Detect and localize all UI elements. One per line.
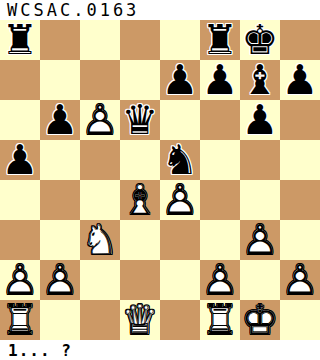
square-b1[interactable] bbox=[40, 300, 80, 340]
square-c6[interactable]: ♟♙ bbox=[80, 100, 120, 140]
square-h1[interactable] bbox=[280, 300, 320, 340]
black-knight: ♞ bbox=[160, 140, 200, 180]
chess-board: ♜♜♚♟♟♝♟♟♟♙♛♟♟♞♝♗♟♙♞♘♟♙♟♙♟♙♟♙♟♙♜♖♛♕♜♖♚♔ bbox=[0, 20, 320, 340]
white-knight-outline: ♘ bbox=[80, 220, 120, 260]
square-b8[interactable] bbox=[40, 20, 80, 60]
white-pawn: ♟ bbox=[80, 100, 120, 140]
square-g1[interactable]: ♚♔ bbox=[240, 300, 280, 340]
black-pawn: ♟ bbox=[40, 100, 80, 140]
square-g5[interactable] bbox=[240, 140, 280, 180]
square-h4[interactable] bbox=[280, 180, 320, 220]
square-f1[interactable]: ♜♖ bbox=[200, 300, 240, 340]
white-pawn: ♟ bbox=[200, 260, 240, 300]
white-king-outline: ♔ bbox=[240, 300, 280, 340]
white-pawn: ♟ bbox=[160, 180, 200, 220]
square-b4[interactable] bbox=[40, 180, 80, 220]
square-a7[interactable] bbox=[0, 60, 40, 100]
square-e3[interactable] bbox=[160, 220, 200, 260]
square-g6[interactable]: ♟ bbox=[240, 100, 280, 140]
square-d3[interactable] bbox=[120, 220, 160, 260]
white-rook-outline: ♖ bbox=[200, 300, 240, 340]
black-rook: ♜ bbox=[0, 20, 40, 60]
square-a1[interactable]: ♜♖ bbox=[0, 300, 40, 340]
white-pawn: ♟ bbox=[0, 260, 40, 300]
square-b7[interactable] bbox=[40, 60, 80, 100]
title-bar: WCSAC.0163 bbox=[0, 0, 320, 20]
white-queen: ♛ bbox=[120, 300, 160, 340]
white-pawn: ♟ bbox=[40, 260, 80, 300]
square-f2[interactable]: ♟♙ bbox=[200, 260, 240, 300]
square-c4[interactable] bbox=[80, 180, 120, 220]
white-pawn-outline: ♙ bbox=[240, 220, 280, 260]
white-queen-outline: ♕ bbox=[120, 300, 160, 340]
square-a3[interactable] bbox=[0, 220, 40, 260]
white-pawn-outline: ♙ bbox=[280, 260, 320, 300]
black-pawn: ♟ bbox=[0, 140, 40, 180]
black-rook: ♜ bbox=[200, 20, 240, 60]
square-f5[interactable] bbox=[200, 140, 240, 180]
status-bar: 1... ? bbox=[0, 340, 320, 360]
square-f8[interactable]: ♜ bbox=[200, 20, 240, 60]
white-king: ♚ bbox=[240, 300, 280, 340]
square-f4[interactable] bbox=[200, 180, 240, 220]
square-d2[interactable] bbox=[120, 260, 160, 300]
black-queen: ♛ bbox=[120, 100, 160, 140]
black-pawn: ♟ bbox=[160, 60, 200, 100]
square-e5[interactable]: ♞ bbox=[160, 140, 200, 180]
white-bishop-outline: ♗ bbox=[120, 180, 160, 220]
square-c3[interactable]: ♞♘ bbox=[80, 220, 120, 260]
black-king: ♚ bbox=[240, 20, 280, 60]
square-b5[interactable] bbox=[40, 140, 80, 180]
white-bishop: ♝ bbox=[120, 180, 160, 220]
square-a5[interactable]: ♟ bbox=[0, 140, 40, 180]
white-pawn-outline: ♙ bbox=[200, 260, 240, 300]
square-f6[interactable] bbox=[200, 100, 240, 140]
white-pawn: ♟ bbox=[240, 220, 280, 260]
square-d5[interactable] bbox=[120, 140, 160, 180]
square-g8[interactable]: ♚ bbox=[240, 20, 280, 60]
square-a2[interactable]: ♟♙ bbox=[0, 260, 40, 300]
square-e1[interactable] bbox=[160, 300, 200, 340]
white-pawn-outline: ♙ bbox=[40, 260, 80, 300]
square-d8[interactable] bbox=[120, 20, 160, 60]
square-c2[interactable] bbox=[80, 260, 120, 300]
white-rook-outline: ♖ bbox=[0, 300, 40, 340]
square-c7[interactable] bbox=[80, 60, 120, 100]
square-c1[interactable] bbox=[80, 300, 120, 340]
square-d4[interactable]: ♝♗ bbox=[120, 180, 160, 220]
square-h7[interactable]: ♟ bbox=[280, 60, 320, 100]
white-knight: ♞ bbox=[80, 220, 120, 260]
black-pawn: ♟ bbox=[240, 100, 280, 140]
white-pawn: ♟ bbox=[280, 260, 320, 300]
square-b2[interactable]: ♟♙ bbox=[40, 260, 80, 300]
square-f3[interactable] bbox=[200, 220, 240, 260]
black-pawn: ♟ bbox=[280, 60, 320, 100]
square-e8[interactable] bbox=[160, 20, 200, 60]
square-f7[interactable]: ♟ bbox=[200, 60, 240, 100]
square-c8[interactable] bbox=[80, 20, 120, 60]
square-e7[interactable]: ♟ bbox=[160, 60, 200, 100]
square-d7[interactable] bbox=[120, 60, 160, 100]
square-b3[interactable] bbox=[40, 220, 80, 260]
white-pawn-outline: ♙ bbox=[0, 260, 40, 300]
white-rook: ♜ bbox=[200, 300, 240, 340]
black-bishop: ♝ bbox=[240, 60, 280, 100]
square-b6[interactable]: ♟ bbox=[40, 100, 80, 140]
square-h3[interactable] bbox=[280, 220, 320, 260]
square-g4[interactable] bbox=[240, 180, 280, 220]
square-e6[interactable] bbox=[160, 100, 200, 140]
white-rook: ♜ bbox=[0, 300, 40, 340]
square-d6[interactable]: ♛ bbox=[120, 100, 160, 140]
square-a6[interactable] bbox=[0, 100, 40, 140]
move-prompt: 1... ? bbox=[8, 341, 72, 360]
square-h8[interactable] bbox=[280, 20, 320, 60]
square-d1[interactable]: ♛♕ bbox=[120, 300, 160, 340]
black-pawn: ♟ bbox=[200, 60, 240, 100]
square-h5[interactable] bbox=[280, 140, 320, 180]
square-g3[interactable]: ♟♙ bbox=[240, 220, 280, 260]
square-a8[interactable]: ♜ bbox=[0, 20, 40, 60]
square-e2[interactable] bbox=[160, 260, 200, 300]
square-c5[interactable] bbox=[80, 140, 120, 180]
square-h2[interactable]: ♟♙ bbox=[280, 260, 320, 300]
puzzle-title: WCSAC.0163 bbox=[7, 0, 139, 20]
white-pawn-outline: ♙ bbox=[160, 180, 200, 220]
square-g2[interactable] bbox=[240, 260, 280, 300]
square-g7[interactable]: ♝ bbox=[240, 60, 280, 100]
square-a4[interactable] bbox=[0, 180, 40, 220]
square-e4[interactable]: ♟♙ bbox=[160, 180, 200, 220]
white-pawn-outline: ♙ bbox=[80, 100, 120, 140]
square-h6[interactable] bbox=[280, 100, 320, 140]
